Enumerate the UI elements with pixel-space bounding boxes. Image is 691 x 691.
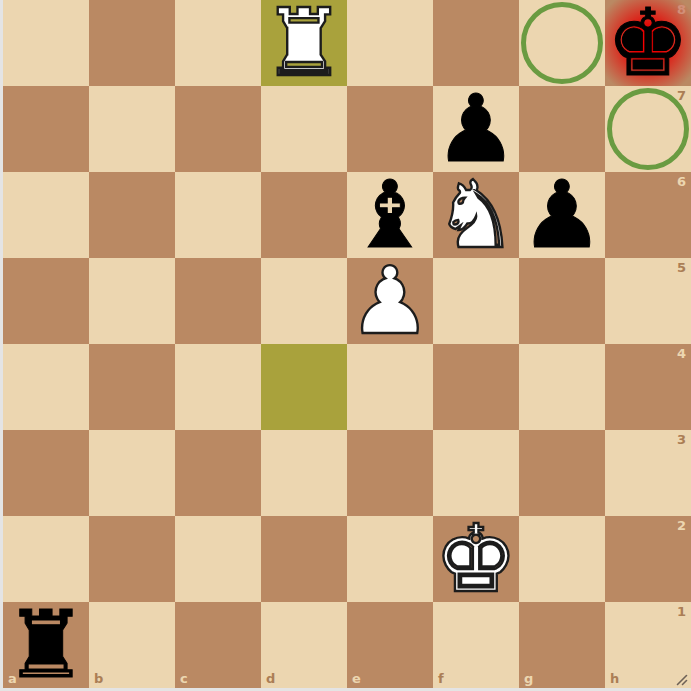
square-a3[interactable] <box>3 430 89 516</box>
square-e2[interactable] <box>347 516 433 602</box>
square-b1[interactable]: b <box>89 602 175 688</box>
square-d1[interactable]: d <box>261 602 347 688</box>
board-resize-handle-icon[interactable] <box>675 673 688 686</box>
file-label-c: c <box>180 672 188 685</box>
square-b7[interactable] <box>89 86 175 172</box>
square-e1[interactable]: e <box>347 602 433 688</box>
square-c8[interactable] <box>175 0 261 86</box>
rank-label-5: 5 <box>677 261 686 274</box>
rank-label-2: 2 <box>677 519 686 532</box>
square-h3[interactable]: 3 <box>605 430 691 516</box>
square-h4[interactable]: 4 <box>605 344 691 430</box>
square-g3[interactable] <box>519 430 605 516</box>
piece-black-rook[interactable]: ♜ <box>4 599 87 691</box>
square-e7[interactable] <box>347 86 433 172</box>
square-g6[interactable]: ♟ <box>519 172 605 258</box>
piece-white-rook[interactable]: ♜ <box>262 0 345 90</box>
square-b3[interactable] <box>89 430 175 516</box>
square-a4[interactable] <box>3 344 89 430</box>
piece-black-pawn[interactable]: ♟ <box>520 169 603 262</box>
page: ♜♚8♟7♝♞♟6♟543♚2♜abcdefg1h <box>0 0 691 691</box>
file-label-b: b <box>94 672 103 685</box>
square-g7[interactable] <box>519 86 605 172</box>
square-d3[interactable] <box>261 430 347 516</box>
square-c6[interactable] <box>175 172 261 258</box>
square-e8[interactable] <box>347 0 433 86</box>
rank-label-1: 1 <box>677 605 686 618</box>
square-f5[interactable] <box>433 258 519 344</box>
file-label-a: a <box>8 672 17 685</box>
square-f1[interactable]: f <box>433 602 519 688</box>
square-b6[interactable] <box>89 172 175 258</box>
square-b4[interactable] <box>89 344 175 430</box>
square-c4[interactable] <box>175 344 261 430</box>
square-f4[interactable] <box>433 344 519 430</box>
square-g5[interactable] <box>519 258 605 344</box>
square-d5[interactable] <box>261 258 347 344</box>
file-label-e: e <box>352 672 361 685</box>
square-c1[interactable]: c <box>175 602 261 688</box>
square-a7[interactable] <box>3 86 89 172</box>
square-b8[interactable] <box>89 0 175 86</box>
square-g8[interactable] <box>519 0 605 86</box>
square-d4[interactable] <box>261 344 347 430</box>
square-b2[interactable] <box>89 516 175 602</box>
square-h2[interactable]: 2 <box>605 516 691 602</box>
square-d6[interactable] <box>261 172 347 258</box>
square-g1[interactable]: g <box>519 602 605 688</box>
square-f2[interactable]: ♚ <box>433 516 519 602</box>
square-g2[interactable] <box>519 516 605 602</box>
square-f7[interactable]: ♟ <box>433 86 519 172</box>
square-b5[interactable] <box>89 258 175 344</box>
square-c7[interactable] <box>175 86 261 172</box>
square-c2[interactable] <box>175 516 261 602</box>
piece-white-king[interactable]: ♚ <box>434 513 517 606</box>
piece-white-pawn[interactable]: ♟ <box>348 255 431 348</box>
rank-label-6: 6 <box>677 175 686 188</box>
rank-label-4: 4 <box>677 347 686 360</box>
square-g4[interactable] <box>519 344 605 430</box>
piece-white-knight[interactable]: ♞ <box>434 169 517 262</box>
rank-label-7: 7 <box>677 89 686 102</box>
hint-circle-g8[interactable] <box>521 2 603 84</box>
square-f8[interactable] <box>433 0 519 86</box>
square-a6[interactable] <box>3 172 89 258</box>
file-label-d: d <box>266 672 275 685</box>
square-e6[interactable]: ♝ <box>347 172 433 258</box>
square-a2[interactable] <box>3 516 89 602</box>
file-label-h: h <box>610 672 619 685</box>
square-e5[interactable]: ♟ <box>347 258 433 344</box>
square-h6[interactable]: 6 <box>605 172 691 258</box>
square-d2[interactable] <box>261 516 347 602</box>
square-c3[interactable] <box>175 430 261 516</box>
square-f6[interactable]: ♞ <box>433 172 519 258</box>
square-d7[interactable] <box>261 86 347 172</box>
rank-label-8: 8 <box>677 3 686 16</box>
square-h8[interactable]: ♚8 <box>605 0 691 86</box>
square-d8[interactable]: ♜ <box>261 0 347 86</box>
square-h5[interactable]: 5 <box>605 258 691 344</box>
square-f3[interactable] <box>433 430 519 516</box>
square-c5[interactable] <box>175 258 261 344</box>
chess-board: ♜♚8♟7♝♞♟6♟543♚2♜abcdefg1h <box>3 0 691 688</box>
square-e3[interactable] <box>347 430 433 516</box>
rank-label-3: 3 <box>677 433 686 446</box>
square-a5[interactable] <box>3 258 89 344</box>
file-label-g: g <box>524 672 533 685</box>
square-a8[interactable] <box>3 0 89 86</box>
square-h7[interactable]: 7 <box>605 86 691 172</box>
square-e4[interactable] <box>347 344 433 430</box>
file-label-f: f <box>438 672 444 685</box>
square-a1[interactable]: ♜a <box>3 602 89 688</box>
